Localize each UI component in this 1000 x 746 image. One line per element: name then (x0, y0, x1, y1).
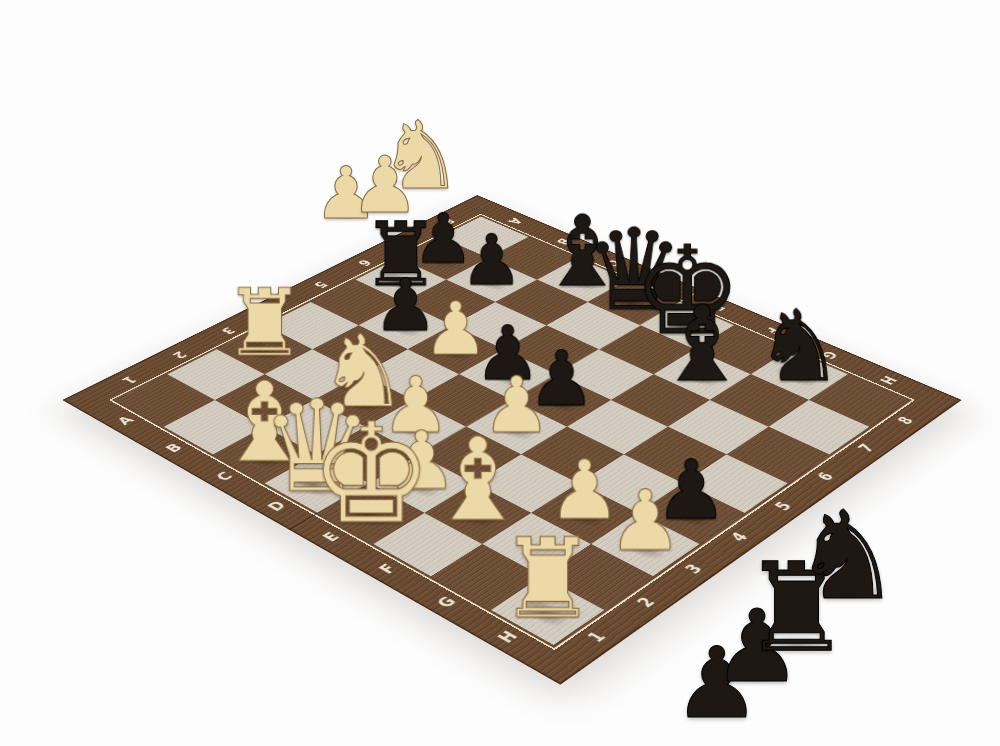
captured-white-knight[interactable]: ♞ (341, 109, 501, 203)
chess-set-photo: 2bqk1n1/pp3b2/r7/1pPpp3/4P2p/R1NP2PP/4PB… (0, 0, 1000, 746)
captured-black-knight[interactable]: ♞ (767, 495, 927, 617)
